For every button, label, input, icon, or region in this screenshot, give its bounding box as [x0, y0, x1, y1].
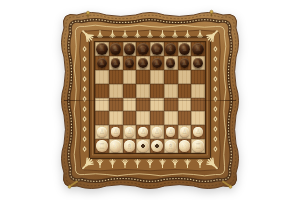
square-d5[interactable]: [136, 84, 150, 98]
piece-black-pawn[interactable]: ♟: [97, 58, 107, 68]
square-f3[interactable]: [164, 111, 178, 125]
piece-white-queen[interactable]: ♕: [137, 140, 149, 152]
chess-set-photo: ♜♞♝♛♚♝♞♜♟♟♟♟♟♟♟♟♙♙♙♙♙♙♙♙♖♘♗♕♔♗♘♖: [0, 0, 300, 200]
piece-white-knight[interactable]: ♘: [110, 140, 122, 152]
square-b6[interactable]: [109, 70, 123, 84]
square-g4[interactable]: [178, 98, 192, 112]
piece-black-pawn[interactable]: ♟: [166, 58, 176, 68]
piece-black-pawn[interactable]: ♟: [125, 58, 135, 68]
square-g6[interactable]: [178, 70, 192, 84]
square-a1[interactable]: ♖: [95, 139, 109, 153]
piece-white-rook[interactable]: ♖: [96, 140, 108, 152]
square-f8[interactable]: ♝: [164, 42, 178, 56]
square-e1[interactable]: ♔: [150, 139, 164, 153]
square-h4[interactable]: [191, 98, 205, 112]
square-c1[interactable]: ♗: [123, 139, 137, 153]
square-f4[interactable]: [164, 98, 178, 112]
piece-black-bishop[interactable]: ♝: [124, 43, 136, 55]
square-d1[interactable]: ♕: [136, 139, 150, 153]
square-d6[interactable]: [136, 70, 150, 84]
square-g8[interactable]: ♞: [178, 42, 192, 56]
square-g2[interactable]: ♙: [178, 125, 192, 139]
square-b3[interactable]: [109, 111, 123, 125]
square-e8[interactable]: ♚: [150, 42, 164, 56]
square-f1[interactable]: ♗: [164, 139, 178, 153]
square-a4[interactable]: [95, 98, 109, 112]
piece-black-king[interactable]: ♚: [151, 43, 163, 55]
square-h1[interactable]: ♖: [191, 139, 205, 153]
piece-black-pawn[interactable]: ♟: [138, 58, 148, 68]
square-c4[interactable]: [123, 98, 137, 112]
piece-black-rook[interactable]: ♜: [96, 43, 108, 55]
square-f2[interactable]: ♙: [164, 125, 178, 139]
piece-white-king[interactable]: ♔: [151, 140, 163, 152]
square-d2[interactable]: ♙: [136, 125, 150, 139]
square-b1[interactable]: ♘: [109, 139, 123, 153]
square-c6[interactable]: [123, 70, 137, 84]
piece-white-pawn[interactable]: ♙: [193, 127, 203, 137]
piece-black-pawn[interactable]: ♟: [152, 58, 162, 68]
square-h8[interactable]: ♜: [191, 42, 205, 56]
square-c5[interactable]: [123, 84, 137, 98]
square-d3[interactable]: [136, 111, 150, 125]
piece-white-pawn[interactable]: ♙: [97, 127, 107, 137]
square-g1[interactable]: ♘: [178, 139, 192, 153]
square-g3[interactable]: [178, 111, 192, 125]
square-b2[interactable]: ♙: [109, 125, 123, 139]
square-e2[interactable]: ♙: [150, 125, 164, 139]
square-g5[interactable]: [178, 84, 192, 98]
piece-black-pawn[interactable]: ♟: [193, 58, 203, 68]
piece-black-rook[interactable]: ♜: [192, 43, 204, 55]
square-c7[interactable]: ♟: [123, 56, 137, 70]
square-d7[interactable]: ♟: [136, 56, 150, 70]
piece-white-pawn[interactable]: ♙: [138, 127, 148, 137]
square-h6[interactable]: [191, 70, 205, 84]
square-a2[interactable]: ♙: [95, 125, 109, 139]
piece-black-pawn[interactable]: ♟: [180, 58, 190, 68]
piece-black-knight[interactable]: ♞: [110, 43, 122, 55]
square-e5[interactable]: [150, 84, 164, 98]
piece-white-knight[interactable]: ♘: [179, 140, 191, 152]
square-c2[interactable]: ♙: [123, 125, 137, 139]
square-e6[interactable]: [150, 70, 164, 84]
square-c3[interactable]: [123, 111, 137, 125]
piece-white-bishop[interactable]: ♗: [124, 140, 136, 152]
square-f7[interactable]: ♟: [164, 56, 178, 70]
piece-white-bishop[interactable]: ♗: [165, 140, 177, 152]
square-b7[interactable]: ♟: [109, 56, 123, 70]
chess-board: ♜♞♝♛♚♝♞♜♟♟♟♟♟♟♟♟♙♙♙♙♙♙♙♙♖♘♗♕♔♗♘♖: [94, 41, 206, 154]
piece-black-bishop[interactable]: ♝: [165, 43, 177, 55]
square-g7[interactable]: ♟: [178, 56, 192, 70]
piece-black-pawn[interactable]: ♟: [111, 58, 121, 68]
square-h5[interactable]: [191, 84, 205, 98]
square-h7[interactable]: ♟: [191, 56, 205, 70]
piece-white-rook[interactable]: ♖: [192, 140, 204, 152]
piece-white-pawn[interactable]: ♙: [111, 127, 121, 137]
square-e4[interactable]: [150, 98, 164, 112]
square-e7[interactable]: ♟: [150, 56, 164, 70]
square-f6[interactable]: [164, 70, 178, 84]
piece-white-pawn[interactable]: ♙: [180, 127, 190, 137]
piece-black-queen[interactable]: ♛: [137, 43, 149, 55]
square-h3[interactable]: [191, 111, 205, 125]
piece-black-knight[interactable]: ♞: [179, 43, 191, 55]
square-h2[interactable]: ♙: [191, 125, 205, 139]
square-a8[interactable]: ♜: [95, 42, 109, 56]
square-a6[interactable]: [95, 70, 109, 84]
square-b5[interactable]: [109, 84, 123, 98]
square-a5[interactable]: [95, 84, 109, 98]
piece-white-pawn[interactable]: ♙: [125, 127, 135, 137]
square-d8[interactable]: ♛: [136, 42, 150, 56]
piece-white-pawn[interactable]: ♙: [166, 127, 176, 137]
piece-white-pawn[interactable]: ♙: [152, 127, 162, 137]
square-d4[interactable]: [136, 98, 150, 112]
square-a3[interactable]: [95, 111, 109, 125]
square-b8[interactable]: ♞: [109, 42, 123, 56]
square-f5[interactable]: [164, 84, 178, 98]
square-a7[interactable]: ♟: [95, 56, 109, 70]
square-e3[interactable]: [150, 111, 164, 125]
square-b4[interactable]: [109, 98, 123, 112]
square-c8[interactable]: ♝: [123, 42, 137, 56]
